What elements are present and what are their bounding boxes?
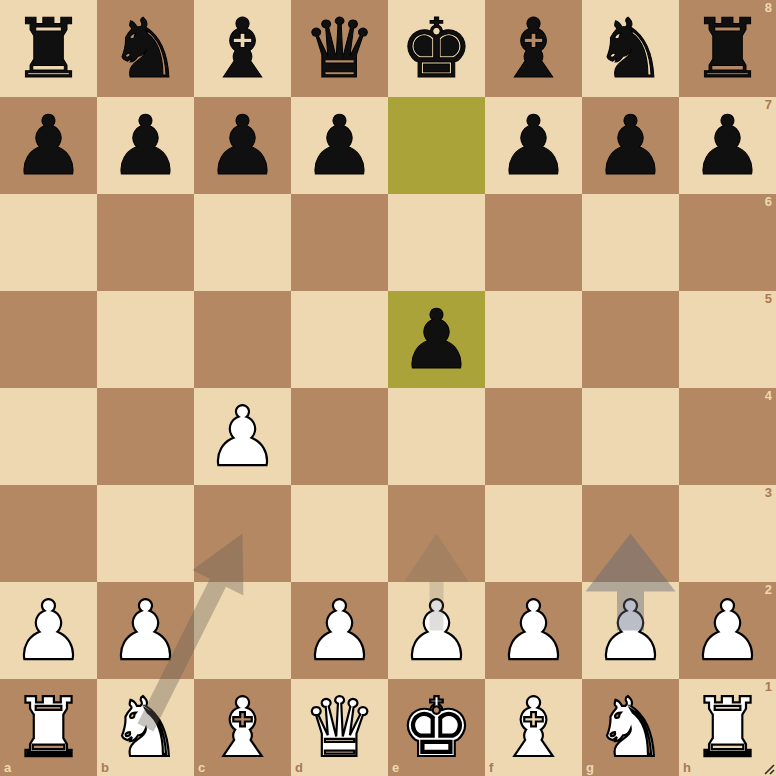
chess-board: ♜♞♝♛♚♝♞♜♟♟♟♟♟♟♟♟♟♟♟♟♟♟♟♟♜♞♝♛♚♝♞♜ abcdefg…: [0, 0, 776, 776]
black-rook[interactable]: ♜: [0, 0, 97, 97]
square-g4[interactable]: [582, 388, 679, 485]
square-f2[interactable]: ♟: [485, 582, 582, 679]
square-c4[interactable]: ♟: [194, 388, 291, 485]
black-pawn[interactable]: ♟: [582, 97, 679, 194]
square-h3[interactable]: [679, 485, 776, 582]
square-f4[interactable]: [485, 388, 582, 485]
square-a6[interactable]: [0, 194, 97, 291]
square-e1[interactable]: ♚: [388, 679, 485, 776]
white-pawn[interactable]: ♟: [388, 582, 485, 679]
square-h5[interactable]: [679, 291, 776, 388]
white-pawn[interactable]: ♟: [194, 388, 291, 485]
black-pawn[interactable]: ♟: [97, 97, 194, 194]
board-resize-handle-icon[interactable]: [760, 760, 775, 775]
white-pawn[interactable]: ♟: [679, 582, 776, 679]
square-c7[interactable]: ♟: [194, 97, 291, 194]
black-rook[interactable]: ♜: [679, 0, 776, 97]
square-e8[interactable]: ♚: [388, 0, 485, 97]
black-pawn[interactable]: ♟: [388, 291, 485, 388]
square-g3[interactable]: [582, 485, 679, 582]
white-pawn[interactable]: ♟: [485, 582, 582, 679]
square-a5[interactable]: [0, 291, 97, 388]
square-a8[interactable]: ♜: [0, 0, 97, 97]
square-f8[interactable]: ♝: [485, 0, 582, 97]
square-a3[interactable]: [0, 485, 97, 582]
square-d2[interactable]: ♟: [291, 582, 388, 679]
square-f7[interactable]: ♟: [485, 97, 582, 194]
square-b2[interactable]: ♟: [97, 582, 194, 679]
square-c8[interactable]: ♝: [194, 0, 291, 97]
square-h7[interactable]: ♟: [679, 97, 776, 194]
square-b5[interactable]: [97, 291, 194, 388]
square-h8[interactable]: ♜: [679, 0, 776, 97]
square-d5[interactable]: [291, 291, 388, 388]
square-h6[interactable]: [679, 194, 776, 291]
black-queen[interactable]: ♛: [291, 0, 388, 97]
square-e3[interactable]: [388, 485, 485, 582]
square-c5[interactable]: [194, 291, 291, 388]
square-h4[interactable]: [679, 388, 776, 485]
square-b3[interactable]: [97, 485, 194, 582]
square-e4[interactable]: [388, 388, 485, 485]
square-f6[interactable]: [485, 194, 582, 291]
square-d1[interactable]: ♛: [291, 679, 388, 776]
white-pawn[interactable]: ♟: [97, 582, 194, 679]
square-e7[interactable]: [388, 97, 485, 194]
square-a4[interactable]: [0, 388, 97, 485]
square-e6[interactable]: [388, 194, 485, 291]
square-c1[interactable]: ♝: [194, 679, 291, 776]
black-knight[interactable]: ♞: [582, 0, 679, 97]
black-pawn[interactable]: ♟: [485, 97, 582, 194]
white-knight[interactable]: ♞: [97, 679, 194, 776]
square-g5[interactable]: [582, 291, 679, 388]
square-a1[interactable]: ♜: [0, 679, 97, 776]
black-pawn[interactable]: ♟: [679, 97, 776, 194]
square-g6[interactable]: [582, 194, 679, 291]
white-rook[interactable]: ♜: [0, 679, 97, 776]
square-c6[interactable]: [194, 194, 291, 291]
black-pawn[interactable]: ♟: [0, 97, 97, 194]
square-d8[interactable]: ♛: [291, 0, 388, 97]
white-bishop[interactable]: ♝: [194, 679, 291, 776]
square-c2[interactable]: [194, 582, 291, 679]
square-d3[interactable]: [291, 485, 388, 582]
square-f5[interactable]: [485, 291, 582, 388]
square-e2[interactable]: ♟: [388, 582, 485, 679]
square-g1[interactable]: ♞: [582, 679, 679, 776]
black-king[interactable]: ♚: [388, 0, 485, 97]
square-h2[interactable]: ♟: [679, 582, 776, 679]
square-a2[interactable]: ♟: [0, 582, 97, 679]
square-g7[interactable]: ♟: [582, 97, 679, 194]
square-b7[interactable]: ♟: [97, 97, 194, 194]
white-pawn[interactable]: ♟: [291, 582, 388, 679]
black-knight[interactable]: ♞: [97, 0, 194, 97]
square-b8[interactable]: ♞: [97, 0, 194, 97]
square-g8[interactable]: ♞: [582, 0, 679, 97]
square-f1[interactable]: ♝: [485, 679, 582, 776]
square-a7[interactable]: ♟: [0, 97, 97, 194]
square-f3[interactable]: [485, 485, 582, 582]
square-d7[interactable]: ♟: [291, 97, 388, 194]
black-bishop[interactable]: ♝: [485, 0, 582, 97]
square-d6[interactable]: [291, 194, 388, 291]
square-b6[interactable]: [97, 194, 194, 291]
white-pawn[interactable]: ♟: [582, 582, 679, 679]
black-bishop[interactable]: ♝: [194, 0, 291, 97]
black-pawn[interactable]: ♟: [194, 97, 291, 194]
square-b4[interactable]: [97, 388, 194, 485]
white-king[interactable]: ♚: [388, 679, 485, 776]
white-pawn[interactable]: ♟: [0, 582, 97, 679]
square-g2[interactable]: ♟: [582, 582, 679, 679]
white-bishop[interactable]: ♝: [485, 679, 582, 776]
square-d4[interactable]: [291, 388, 388, 485]
square-e5[interactable]: ♟: [388, 291, 485, 388]
square-c3[interactable]: [194, 485, 291, 582]
white-knight[interactable]: ♞: [582, 679, 679, 776]
square-b1[interactable]: ♞: [97, 679, 194, 776]
white-queen[interactable]: ♛: [291, 679, 388, 776]
black-pawn[interactable]: ♟: [291, 97, 388, 194]
